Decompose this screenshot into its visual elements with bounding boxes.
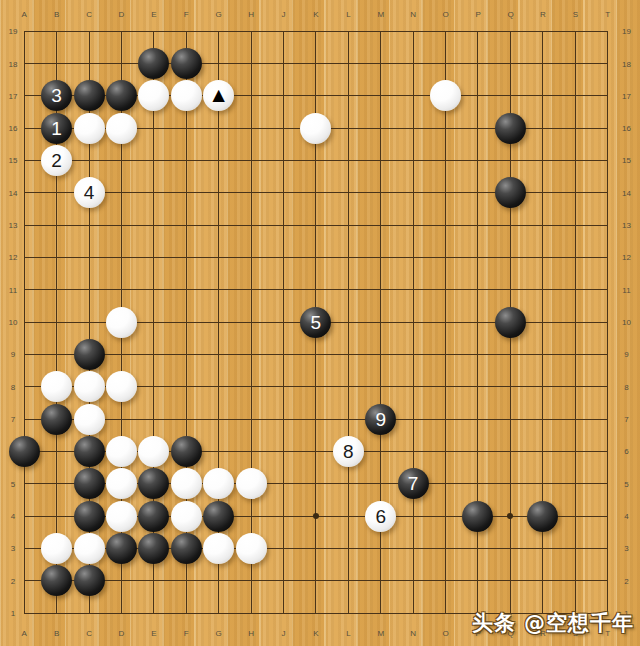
intersection-K18[interactable] [300,47,332,79]
intersection-N16[interactable] [397,112,429,144]
intersection-J1[interactable] [267,597,299,629]
intersection-H6[interactable] [235,435,267,467]
intersection-J7[interactable] [267,403,299,435]
intersection-J8[interactable] [267,371,299,403]
intersection-E3[interactable] [138,532,170,564]
intersection-L8[interactable] [332,371,364,403]
intersection-K2[interactable] [300,565,332,597]
intersection-T5[interactable] [591,468,623,500]
intersection-N14[interactable] [397,177,429,209]
intersection-J5[interactable] [267,468,299,500]
intersection-Q3[interactable] [494,532,526,564]
intersection-B5[interactable] [40,468,72,500]
intersection-O8[interactable] [429,371,461,403]
intersection-G12[interactable] [202,241,234,273]
intersection-T19[interactable] [591,15,623,47]
intersection-H11[interactable] [235,274,267,306]
intersection-S6[interactable] [559,435,591,467]
intersection-J4[interactable] [267,500,299,532]
intersection-S3[interactable] [559,532,591,564]
intersection-B7[interactable] [40,403,72,435]
intersection-L15[interactable] [332,144,364,176]
intersection-B19[interactable] [40,15,72,47]
intersection-Q10[interactable] [494,306,526,338]
intersection-T8[interactable] [591,371,623,403]
intersection-T15[interactable] [591,144,623,176]
intersection-E19[interactable] [138,15,170,47]
intersection-E13[interactable] [138,209,170,241]
intersection-L17[interactable] [332,80,364,112]
intersection-G7[interactable] [202,403,234,435]
intersection-J14[interactable] [267,177,299,209]
intersection-N1[interactable] [397,597,429,629]
intersection-C6[interactable] [73,435,105,467]
intersection-C13[interactable] [73,209,105,241]
intersection-T18[interactable] [591,47,623,79]
intersection-L12[interactable] [332,241,364,273]
intersection-D3[interactable] [105,532,137,564]
intersection-R10[interactable] [527,306,559,338]
intersection-B9[interactable] [40,338,72,370]
intersection-P10[interactable] [462,306,494,338]
intersection-F7[interactable] [170,403,202,435]
intersection-B1[interactable] [40,597,72,629]
intersection-L6[interactable]: 8 [332,435,364,467]
intersection-B13[interactable] [40,209,72,241]
intersection-A6[interactable] [8,435,40,467]
intersection-S11[interactable] [559,274,591,306]
intersection-Q17[interactable] [494,80,526,112]
intersection-Q8[interactable] [494,371,526,403]
intersection-F2[interactable] [170,565,202,597]
intersection-T10[interactable] [591,306,623,338]
intersection-R2[interactable] [527,565,559,597]
intersection-L18[interactable] [332,47,364,79]
intersection-H14[interactable] [235,177,267,209]
intersection-H15[interactable] [235,144,267,176]
intersection-J6[interactable] [267,435,299,467]
intersection-K7[interactable] [300,403,332,435]
intersection-D9[interactable] [105,338,137,370]
intersection-L5[interactable] [332,468,364,500]
intersection-P4[interactable] [462,500,494,532]
intersection-M4[interactable]: 6 [364,500,396,532]
intersection-H5[interactable] [235,468,267,500]
intersection-D2[interactable] [105,565,137,597]
intersection-B10[interactable] [40,306,72,338]
intersection-E15[interactable] [138,144,170,176]
intersection-N17[interactable] [397,80,429,112]
intersection-D7[interactable] [105,403,137,435]
intersection-R19[interactable] [527,15,559,47]
intersection-G10[interactable] [202,306,234,338]
intersection-F8[interactable] [170,371,202,403]
intersection-D5[interactable] [105,468,137,500]
intersection-G1[interactable] [202,597,234,629]
intersection-C12[interactable] [73,241,105,273]
intersection-M9[interactable] [364,338,396,370]
intersection-O2[interactable] [429,565,461,597]
intersection-G13[interactable] [202,209,234,241]
intersection-Q5[interactable] [494,468,526,500]
intersection-K6[interactable] [300,435,332,467]
intersection-E2[interactable] [138,565,170,597]
intersection-F14[interactable] [170,177,202,209]
intersection-P19[interactable] [462,15,494,47]
intersection-D18[interactable] [105,47,137,79]
intersection-H18[interactable] [235,47,267,79]
intersection-Q14[interactable] [494,177,526,209]
intersection-S4[interactable] [559,500,591,532]
intersection-N12[interactable] [397,241,429,273]
intersection-C16[interactable] [73,112,105,144]
intersection-T9[interactable] [591,338,623,370]
intersection-P11[interactable] [462,274,494,306]
intersection-G2[interactable] [202,565,234,597]
intersection-T3[interactable] [591,532,623,564]
intersection-K15[interactable] [300,144,332,176]
intersection-S5[interactable] [559,468,591,500]
intersection-C18[interactable] [73,47,105,79]
intersection-O16[interactable] [429,112,461,144]
intersection-O4[interactable] [429,500,461,532]
intersection-E6[interactable] [138,435,170,467]
intersection-C8[interactable] [73,371,105,403]
intersection-O9[interactable] [429,338,461,370]
intersection-T12[interactable] [591,241,623,273]
intersection-C5[interactable] [73,468,105,500]
intersection-M17[interactable] [364,80,396,112]
intersection-R8[interactable] [527,371,559,403]
intersection-M13[interactable] [364,209,396,241]
intersection-S7[interactable] [559,403,591,435]
intersection-C11[interactable] [73,274,105,306]
intersection-T14[interactable] [591,177,623,209]
intersection-J11[interactable] [267,274,299,306]
intersection-C3[interactable] [73,532,105,564]
intersection-R6[interactable] [527,435,559,467]
intersection-N6[interactable] [397,435,429,467]
intersection-L9[interactable] [332,338,364,370]
intersection-D19[interactable] [105,15,137,47]
intersection-L11[interactable] [332,274,364,306]
intersection-D1[interactable] [105,597,137,629]
intersection-N15[interactable] [397,144,429,176]
intersection-M1[interactable] [364,597,396,629]
intersection-R14[interactable] [527,177,559,209]
intersection-J16[interactable] [267,112,299,144]
intersection-K13[interactable] [300,209,332,241]
intersection-S14[interactable] [559,177,591,209]
intersection-E1[interactable] [138,597,170,629]
intersection-O13[interactable] [429,209,461,241]
intersection-K10[interactable]: 5 [300,306,332,338]
intersection-E16[interactable] [138,112,170,144]
intersection-B15[interactable]: 2 [40,144,72,176]
intersection-D10[interactable] [105,306,137,338]
intersection-D15[interactable] [105,144,137,176]
intersection-S9[interactable] [559,338,591,370]
intersection-K19[interactable] [300,15,332,47]
intersection-D16[interactable] [105,112,137,144]
intersection-E7[interactable] [138,403,170,435]
intersection-D13[interactable] [105,209,137,241]
intersection-Q7[interactable] [494,403,526,435]
intersection-Q12[interactable] [494,241,526,273]
intersection-B2[interactable] [40,565,72,597]
intersection-F6[interactable] [170,435,202,467]
intersection-F3[interactable] [170,532,202,564]
intersection-M16[interactable] [364,112,396,144]
intersection-N7[interactable] [397,403,429,435]
intersection-J19[interactable] [267,15,299,47]
intersection-N11[interactable] [397,274,429,306]
intersection-G18[interactable] [202,47,234,79]
intersection-F1[interactable] [170,597,202,629]
intersection-M19[interactable] [364,15,396,47]
intersection-F9[interactable] [170,338,202,370]
intersection-K16[interactable] [300,112,332,144]
intersection-R7[interactable] [527,403,559,435]
intersection-G19[interactable] [202,15,234,47]
intersection-G14[interactable] [202,177,234,209]
intersection-B14[interactable] [40,177,72,209]
intersection-R9[interactable] [527,338,559,370]
intersection-N9[interactable] [397,338,429,370]
intersection-S12[interactable] [559,241,591,273]
intersection-L2[interactable] [332,565,364,597]
intersection-C19[interactable] [73,15,105,47]
intersection-M11[interactable] [364,274,396,306]
intersection-R4[interactable] [527,500,559,532]
intersection-J9[interactable] [267,338,299,370]
intersection-H4[interactable] [235,500,267,532]
intersection-C15[interactable] [73,144,105,176]
intersection-K4[interactable] [300,500,332,532]
intersection-C14[interactable]: 4 [73,177,105,209]
intersection-Q4[interactable] [494,500,526,532]
intersection-L16[interactable] [332,112,364,144]
intersection-D17[interactable] [105,80,137,112]
intersection-C17[interactable] [73,80,105,112]
intersection-C7[interactable] [73,403,105,435]
intersection-T7[interactable] [591,403,623,435]
intersection-N2[interactable] [397,565,429,597]
intersection-E10[interactable] [138,306,170,338]
intersection-S2[interactable] [559,565,591,597]
intersection-N8[interactable] [397,371,429,403]
intersection-D12[interactable] [105,241,137,273]
intersection-B12[interactable] [40,241,72,273]
intersection-B4[interactable] [40,500,72,532]
intersection-T4[interactable] [591,500,623,532]
intersection-P18[interactable] [462,47,494,79]
intersection-E18[interactable] [138,47,170,79]
intersection-F11[interactable] [170,274,202,306]
intersection-R15[interactable] [527,144,559,176]
intersection-Q9[interactable] [494,338,526,370]
intersection-S16[interactable] [559,112,591,144]
intersection-O5[interactable] [429,468,461,500]
intersection-O19[interactable] [429,15,461,47]
intersection-P17[interactable] [462,80,494,112]
intersection-S13[interactable] [559,209,591,241]
intersection-J13[interactable] [267,209,299,241]
intersection-J10[interactable] [267,306,299,338]
intersection-S8[interactable] [559,371,591,403]
intersection-G9[interactable] [202,338,234,370]
intersection-P15[interactable] [462,144,494,176]
intersection-F13[interactable] [170,209,202,241]
intersection-C10[interactable] [73,306,105,338]
intersection-B18[interactable] [40,47,72,79]
intersection-M12[interactable] [364,241,396,273]
intersection-H13[interactable] [235,209,267,241]
intersection-M8[interactable] [364,371,396,403]
intersection-N18[interactable] [397,47,429,79]
intersection-G16[interactable] [202,112,234,144]
intersection-G15[interactable] [202,144,234,176]
intersection-H19[interactable] [235,15,267,47]
intersection-B16[interactable]: 1 [40,112,72,144]
intersection-Q18[interactable] [494,47,526,79]
intersection-L4[interactable] [332,500,364,532]
intersection-S15[interactable] [559,144,591,176]
intersection-E11[interactable] [138,274,170,306]
intersection-O3[interactable] [429,532,461,564]
intersection-O1[interactable] [429,597,461,629]
intersection-O7[interactable] [429,403,461,435]
intersection-M6[interactable] [364,435,396,467]
intersection-P5[interactable] [462,468,494,500]
intersection-P7[interactable] [462,403,494,435]
intersection-M3[interactable] [364,532,396,564]
intersection-Q15[interactable] [494,144,526,176]
intersection-K17[interactable] [300,80,332,112]
intersection-T16[interactable] [591,112,623,144]
intersection-Q2[interactable] [494,565,526,597]
intersection-B3[interactable] [40,532,72,564]
intersection-E5[interactable] [138,468,170,500]
intersection-J12[interactable] [267,241,299,273]
intersection-H2[interactable] [235,565,267,597]
intersection-D8[interactable] [105,371,137,403]
intersection-M5[interactable] [364,468,396,500]
intersection-L10[interactable] [332,306,364,338]
intersection-K1[interactable] [300,597,332,629]
intersection-P9[interactable] [462,338,494,370]
intersection-C1[interactable] [73,597,105,629]
intersection-N4[interactable] [397,500,429,532]
intersection-M14[interactable] [364,177,396,209]
intersection-L14[interactable] [332,177,364,209]
intersection-G4[interactable] [202,500,234,532]
intersection-H12[interactable] [235,241,267,273]
intersection-G3[interactable] [202,532,234,564]
intersection-E12[interactable] [138,241,170,273]
intersection-L7[interactable] [332,403,364,435]
intersection-C9[interactable] [73,338,105,370]
intersection-L19[interactable] [332,15,364,47]
intersection-Q16[interactable] [494,112,526,144]
intersection-F4[interactable] [170,500,202,532]
intersection-S19[interactable] [559,15,591,47]
intersection-O6[interactable] [429,435,461,467]
intersection-H10[interactable] [235,306,267,338]
intersection-E9[interactable] [138,338,170,370]
intersection-M7[interactable]: 9 [364,403,396,435]
intersection-P8[interactable] [462,371,494,403]
intersection-H1[interactable] [235,597,267,629]
intersection-B8[interactable] [40,371,72,403]
intersection-G5[interactable] [202,468,234,500]
intersection-B17[interactable]: 3 [40,80,72,112]
intersection-P2[interactable] [462,565,494,597]
intersection-E14[interactable] [138,177,170,209]
intersection-K9[interactable] [300,338,332,370]
intersection-M10[interactable] [364,306,396,338]
intersection-F15[interactable] [170,144,202,176]
intersection-K3[interactable] [300,532,332,564]
intersection-D14[interactable] [105,177,137,209]
intersection-F17[interactable] [170,80,202,112]
intersection-K12[interactable] [300,241,332,273]
intersection-O10[interactable] [429,306,461,338]
intersection-F5[interactable] [170,468,202,500]
intersection-T11[interactable] [591,274,623,306]
intersection-R3[interactable] [527,532,559,564]
intersection-Q6[interactable] [494,435,526,467]
intersection-H16[interactable] [235,112,267,144]
intersection-S18[interactable] [559,47,591,79]
intersection-P12[interactable] [462,241,494,273]
intersection-G17[interactable]: ▲ [202,80,234,112]
intersection-N13[interactable] [397,209,429,241]
intersection-R5[interactable] [527,468,559,500]
intersection-O15[interactable] [429,144,461,176]
intersection-K11[interactable] [300,274,332,306]
intersection-O12[interactable] [429,241,461,273]
intersection-F19[interactable] [170,15,202,47]
intersection-J15[interactable] [267,144,299,176]
intersection-S17[interactable] [559,80,591,112]
intersection-B11[interactable] [40,274,72,306]
intersection-H3[interactable] [235,532,267,564]
intersection-Q19[interactable] [494,15,526,47]
intersection-P13[interactable] [462,209,494,241]
intersection-R16[interactable] [527,112,559,144]
intersection-M2[interactable] [364,565,396,597]
intersection-M18[interactable] [364,47,396,79]
intersection-D6[interactable] [105,435,137,467]
intersection-G11[interactable] [202,274,234,306]
intersection-E17[interactable] [138,80,170,112]
intersection-P3[interactable] [462,532,494,564]
intersection-D11[interactable] [105,274,137,306]
intersection-N3[interactable] [397,532,429,564]
intersection-K5[interactable] [300,468,332,500]
intersection-T17[interactable] [591,80,623,112]
intersection-T13[interactable] [591,209,623,241]
intersection-L1[interactable] [332,597,364,629]
intersection-G6[interactable] [202,435,234,467]
intersection-N19[interactable] [397,15,429,47]
intersection-E8[interactable] [138,371,170,403]
intersection-F12[interactable] [170,241,202,273]
intersection-T6[interactable] [591,435,623,467]
intersection-Q11[interactable] [494,274,526,306]
intersection-F18[interactable] [170,47,202,79]
